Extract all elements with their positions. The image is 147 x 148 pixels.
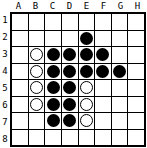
board-cell-A6[interactable] xyxy=(12,97,28,113)
black-disc-D4 xyxy=(63,65,76,78)
col-label-B: B xyxy=(27,0,44,12)
board-cell-G7[interactable] xyxy=(112,113,128,129)
board-cell-C1[interactable] xyxy=(45,14,61,30)
board-cell-D7[interactable] xyxy=(62,113,78,129)
board-cell-E1[interactable] xyxy=(79,14,95,30)
col-label-G: G xyxy=(112,0,129,12)
board-cell-E3[interactable] xyxy=(79,47,95,63)
board-cell-E6[interactable] xyxy=(79,97,95,113)
white-disc-E5 xyxy=(80,81,93,94)
board-cell-G5[interactable] xyxy=(112,80,128,96)
board-cell-E4[interactable] xyxy=(79,64,95,80)
row-label-7: 7 xyxy=(0,113,10,130)
black-disc-C6 xyxy=(47,98,60,111)
board-cell-B8[interactable] xyxy=(29,130,45,146)
board-cell-B7[interactable] xyxy=(29,113,45,129)
black-disc-C7 xyxy=(47,114,60,127)
white-disc-B3 xyxy=(30,48,43,61)
board-cell-C3[interactable] xyxy=(45,47,61,63)
board-cell-B1[interactable] xyxy=(29,14,45,30)
board-cell-B6[interactable] xyxy=(29,97,45,113)
board-cell-H1[interactable] xyxy=(128,14,144,30)
board-cell-D2[interactable] xyxy=(62,31,78,47)
black-disc-C5 xyxy=(47,81,60,94)
white-disc-E6 xyxy=(80,98,93,111)
board-cell-H3[interactable] xyxy=(128,47,144,63)
board-cell-A2[interactable] xyxy=(12,31,28,47)
othello-diagram: ABCDEFGH 12345678 xyxy=(0,0,147,148)
board-cell-E2[interactable] xyxy=(79,31,95,47)
row-label-8: 8 xyxy=(0,130,10,147)
col-label-D: D xyxy=(61,0,78,12)
black-disc-D7 xyxy=(63,114,76,127)
board-cell-F6[interactable] xyxy=(95,97,111,113)
board-cell-E5[interactable] xyxy=(79,80,95,96)
row-label-1: 1 xyxy=(0,12,10,29)
row-labels: 12345678 xyxy=(0,12,10,147)
board-cell-E8[interactable] xyxy=(79,130,95,146)
board-cell-D4[interactable] xyxy=(62,64,78,80)
board-cell-A1[interactable] xyxy=(12,14,28,30)
board-cell-H2[interactable] xyxy=(128,31,144,47)
black-disc-D5 xyxy=(63,81,76,94)
col-label-F: F xyxy=(95,0,112,12)
row-label-5: 5 xyxy=(0,80,10,97)
white-disc-E7 xyxy=(80,114,93,127)
board-cell-F4[interactable] xyxy=(95,64,111,80)
board-cell-F5[interactable] xyxy=(95,80,111,96)
board-cell-A8[interactable] xyxy=(12,130,28,146)
board-cell-A7[interactable] xyxy=(12,113,28,129)
black-disc-F3 xyxy=(96,48,109,61)
board-cell-H4[interactable] xyxy=(128,64,144,80)
col-label-H: H xyxy=(129,0,146,12)
board-cell-G1[interactable] xyxy=(112,14,128,30)
white-disc-B6 xyxy=(30,98,43,111)
board-cell-A3[interactable] xyxy=(12,47,28,63)
board-cell-H5[interactable] xyxy=(128,80,144,96)
board-cell-C6[interactable] xyxy=(45,97,61,113)
board-cell-A4[interactable] xyxy=(12,64,28,80)
black-disc-F4 xyxy=(96,65,109,78)
black-disc-E4 xyxy=(80,65,93,78)
black-disc-E2 xyxy=(80,32,93,45)
board-cell-G2[interactable] xyxy=(112,31,128,47)
board-cell-B3[interactable] xyxy=(29,47,45,63)
board-cell-E7[interactable] xyxy=(79,113,95,129)
black-disc-D6 xyxy=(63,98,76,111)
board-cell-C2[interactable] xyxy=(45,31,61,47)
board-cell-G3[interactable] xyxy=(112,47,128,63)
board-cell-C8[interactable] xyxy=(45,130,61,146)
row-label-6: 6 xyxy=(0,96,10,113)
board-cell-H6[interactable] xyxy=(128,97,144,113)
board-cell-B4[interactable] xyxy=(29,64,45,80)
white-disc-B4 xyxy=(30,65,43,78)
col-label-C: C xyxy=(44,0,61,12)
board-cell-F8[interactable] xyxy=(95,130,111,146)
board-cell-H7[interactable] xyxy=(128,113,144,129)
row-label-3: 3 xyxy=(0,46,10,63)
board-cell-C5[interactable] xyxy=(45,80,61,96)
board-cell-D3[interactable] xyxy=(62,47,78,63)
black-disc-C3 xyxy=(47,48,60,61)
black-disc-D3 xyxy=(63,48,76,61)
board-cell-C4[interactable] xyxy=(45,64,61,80)
board-cell-F1[interactable] xyxy=(95,14,111,30)
black-disc-E3 xyxy=(80,48,93,61)
board-cell-F2[interactable] xyxy=(95,31,111,47)
board-cell-C7[interactable] xyxy=(45,113,61,129)
black-disc-G4 xyxy=(113,65,126,78)
row-label-4: 4 xyxy=(0,63,10,80)
black-disc-C4 xyxy=(47,65,60,78)
board-cell-D8[interactable] xyxy=(62,130,78,146)
board-cell-G8[interactable] xyxy=(112,130,128,146)
row-label-2: 2 xyxy=(0,29,10,46)
board-cell-B2[interactable] xyxy=(29,31,45,47)
board-cell-B5[interactable] xyxy=(29,80,45,96)
board-cell-D5[interactable] xyxy=(62,80,78,96)
othello-board xyxy=(10,12,146,147)
board-cell-F3[interactable] xyxy=(95,47,111,63)
board-cell-D1[interactable] xyxy=(62,14,78,30)
board-cell-H8[interactable] xyxy=(128,130,144,146)
col-label-E: E xyxy=(78,0,95,12)
column-labels: ABCDEFGH xyxy=(10,0,146,12)
white-disc-B5 xyxy=(30,81,43,94)
board-cell-D6[interactable] xyxy=(62,97,78,113)
board-cell-A5[interactable] xyxy=(12,80,28,96)
board-cell-F7[interactable] xyxy=(95,113,111,129)
board-cell-G6[interactable] xyxy=(112,97,128,113)
col-label-A: A xyxy=(10,0,27,12)
board-cell-G4[interactable] xyxy=(112,64,128,80)
